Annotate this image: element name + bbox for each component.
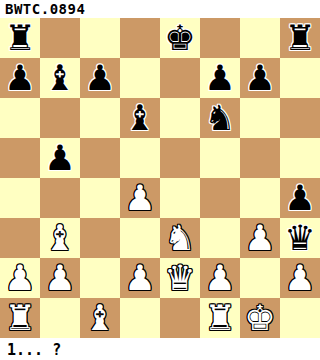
black-bishop-icon: ♝ (124, 98, 155, 138)
white-rook-icon: ♜ (4, 298, 35, 338)
square-f2[interactable]: ♟ (200, 258, 240, 298)
square-a7[interactable]: ♟ (0, 58, 40, 98)
white-king-icon: ♚ (244, 298, 275, 338)
black-pawn-icon: ♟ (4, 58, 35, 98)
square-e1[interactable] (160, 298, 200, 338)
square-c3[interactable] (80, 218, 120, 258)
white-pawn-icon: ♟ (244, 218, 275, 258)
square-b2[interactable]: ♟ (40, 258, 80, 298)
square-h6[interactable] (280, 98, 320, 138)
black-king-icon: ♚ (164, 18, 195, 58)
square-e6[interactable] (160, 98, 200, 138)
square-c6[interactable] (80, 98, 120, 138)
square-f8[interactable] (200, 18, 240, 58)
black-pawn-icon: ♟ (44, 138, 75, 178)
square-c1[interactable]: ♝ (80, 298, 120, 338)
square-d6[interactable]: ♝ (120, 98, 160, 138)
square-e3[interactable]: ♞ (160, 218, 200, 258)
square-d8[interactable] (120, 18, 160, 58)
white-bishop-icon: ♝ (44, 218, 75, 258)
square-a6[interactable] (0, 98, 40, 138)
square-g8[interactable] (240, 18, 280, 58)
square-b5[interactable]: ♟ (40, 138, 80, 178)
square-h3[interactable]: ♛ (280, 218, 320, 258)
black-knight-icon: ♞ (204, 98, 235, 138)
square-c8[interactable] (80, 18, 120, 58)
square-a5[interactable] (0, 138, 40, 178)
square-a2[interactable]: ♟ (0, 258, 40, 298)
square-g3[interactable]: ♟ (240, 218, 280, 258)
square-g4[interactable] (240, 178, 280, 218)
square-g6[interactable] (240, 98, 280, 138)
white-knight-icon: ♞ (164, 218, 195, 258)
square-h2[interactable]: ♟ (280, 258, 320, 298)
square-d2[interactable]: ♟ (120, 258, 160, 298)
black-queen-icon: ♛ (284, 218, 315, 258)
white-bishop-icon: ♝ (84, 298, 115, 338)
white-pawn-icon: ♟ (124, 178, 155, 218)
square-h1[interactable] (280, 298, 320, 338)
square-d7[interactable] (120, 58, 160, 98)
square-h8[interactable]: ♜ (280, 18, 320, 58)
square-d4[interactable]: ♟ (120, 178, 160, 218)
square-g7[interactable]: ♟ (240, 58, 280, 98)
white-rook-icon: ♜ (204, 298, 235, 338)
black-pawn-icon: ♟ (204, 58, 235, 98)
square-b8[interactable] (40, 18, 80, 58)
square-f3[interactable] (200, 218, 240, 258)
square-f1[interactable]: ♜ (200, 298, 240, 338)
black-bishop-icon: ♝ (44, 58, 75, 98)
square-e8[interactable]: ♚ (160, 18, 200, 58)
square-h5[interactable] (280, 138, 320, 178)
square-a8[interactable]: ♜ (0, 18, 40, 58)
square-e7[interactable] (160, 58, 200, 98)
square-b6[interactable] (40, 98, 80, 138)
square-a3[interactable] (0, 218, 40, 258)
square-e4[interactable] (160, 178, 200, 218)
square-b7[interactable]: ♝ (40, 58, 80, 98)
white-pawn-icon: ♟ (4, 258, 35, 298)
square-d5[interactable] (120, 138, 160, 178)
white-pawn-icon: ♟ (124, 258, 155, 298)
black-pawn-icon: ♟ (84, 58, 115, 98)
square-e2[interactable]: ♛ (160, 258, 200, 298)
square-g5[interactable] (240, 138, 280, 178)
black-pawn-icon: ♟ (284, 178, 315, 218)
square-g2[interactable] (240, 258, 280, 298)
white-queen-icon: ♛ (164, 258, 195, 298)
square-b3[interactable]: ♝ (40, 218, 80, 258)
black-rook-icon: ♜ (284, 18, 315, 58)
chess-puzzle-window: BWTC.0894 ♜♚♜♟♝♟♟♟♝♞♟♟♟♝♞♟♛♟♟♟♛♟♟♜♝♜♚ 1.… (0, 0, 320, 360)
page-title: BWTC.0894 (0, 0, 320, 18)
square-a1[interactable]: ♜ (0, 298, 40, 338)
chess-board: ♜♚♜♟♝♟♟♟♝♞♟♟♟♝♞♟♛♟♟♟♛♟♟♜♝♜♚ (0, 18, 320, 338)
square-b4[interactable] (40, 178, 80, 218)
white-pawn-icon: ♟ (204, 258, 235, 298)
square-c2[interactable] (80, 258, 120, 298)
square-d1[interactable] (120, 298, 160, 338)
square-f6[interactable]: ♞ (200, 98, 240, 138)
square-c7[interactable]: ♟ (80, 58, 120, 98)
square-a4[interactable] (0, 178, 40, 218)
square-h4[interactable]: ♟ (280, 178, 320, 218)
black-pawn-icon: ♟ (244, 58, 275, 98)
square-f4[interactable] (200, 178, 240, 218)
square-d3[interactable] (120, 218, 160, 258)
move-prompt: 1... ? (0, 338, 320, 360)
square-h7[interactable] (280, 58, 320, 98)
white-pawn-icon: ♟ (44, 258, 75, 298)
white-pawn-icon: ♟ (284, 258, 315, 298)
square-c4[interactable] (80, 178, 120, 218)
square-b1[interactable] (40, 298, 80, 338)
square-c5[interactable] (80, 138, 120, 178)
square-g1[interactable]: ♚ (240, 298, 280, 338)
square-f5[interactable] (200, 138, 240, 178)
square-f7[interactable]: ♟ (200, 58, 240, 98)
black-rook-icon: ♜ (4, 18, 35, 58)
square-e5[interactable] (160, 138, 200, 178)
